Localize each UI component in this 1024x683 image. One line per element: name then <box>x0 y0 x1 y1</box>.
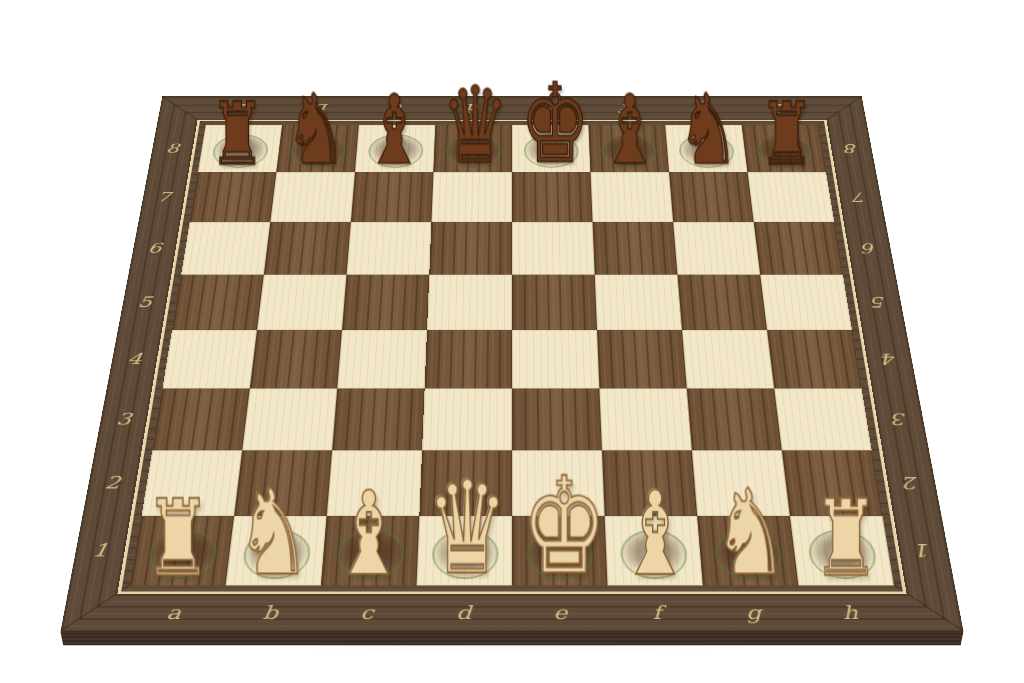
square-e1[interactable]: ♚ <box>512 516 607 586</box>
square-h5[interactable] <box>760 275 852 330</box>
file-label: c <box>317 594 416 632</box>
white-knight-b1[interactable]: ♞ <box>235 483 311 583</box>
file-labels-top: abcdefgh <box>207 96 818 119</box>
file-label: d <box>415 594 512 632</box>
square-b8[interactable]: ♞ <box>276 125 358 172</box>
square-a3[interactable] <box>152 388 250 450</box>
chess-board: abcdefgh abcdefgh 87654321 87654321 ♜♞♝♛… <box>61 96 964 632</box>
white-queen-d1[interactable]: ♛ <box>426 475 502 584</box>
square-d5[interactable] <box>427 275 512 330</box>
file-label: e <box>512 96 588 119</box>
square-e7[interactable] <box>512 172 593 222</box>
file-labels-bottom: abcdefgh <box>122 594 901 632</box>
square-c8[interactable]: ♝ <box>355 125 435 172</box>
file-label: a <box>122 594 224 632</box>
square-h3[interactable] <box>774 388 872 450</box>
square-f5[interactable] <box>595 275 682 330</box>
square-g8[interactable]: ♞ <box>665 125 747 172</box>
square-e6[interactable] <box>512 222 595 274</box>
square-a8[interactable]: ♜ <box>198 125 282 172</box>
square-a7[interactable] <box>190 172 277 222</box>
black-king-e8[interactable]: ♚ <box>520 78 583 171</box>
square-c6[interactable] <box>347 222 432 274</box>
file-label: h <box>738 96 817 119</box>
square-b5[interactable] <box>257 275 347 330</box>
square-b1[interactable]: ♞ <box>226 516 327 586</box>
white-rook-a1[interactable]: ♜ <box>140 494 216 584</box>
square-e4[interactable] <box>512 330 599 388</box>
square-e8[interactable]: ♚ <box>512 125 591 172</box>
rank-label: 5 <box>853 275 906 330</box>
square-b7[interactable] <box>270 172 355 222</box>
square-d6[interactable] <box>429 222 512 274</box>
square-g5[interactable] <box>677 275 767 330</box>
square-a4[interactable] <box>162 330 257 388</box>
file-label: b <box>220 594 321 632</box>
square-c7[interactable] <box>351 172 434 222</box>
rank-label: 8 <box>827 125 876 172</box>
square-g3[interactable] <box>687 388 782 450</box>
square-c1[interactable]: ♝ <box>321 516 419 586</box>
square-h6[interactable] <box>754 222 843 274</box>
square-c4[interactable] <box>337 330 427 388</box>
square-d1[interactable]: ♛ <box>417 516 512 586</box>
square-d7[interactable] <box>431 172 512 222</box>
file-label: g <box>704 594 805 632</box>
square-f3[interactable] <box>599 388 691 450</box>
square-f8[interactable]: ♝ <box>589 125 669 172</box>
file-label: a <box>207 96 286 119</box>
white-knight-g1[interactable]: ♞ <box>712 483 788 583</box>
square-d4[interactable] <box>425 330 512 388</box>
file-label: b <box>283 96 361 119</box>
square-h7[interactable] <box>748 172 835 222</box>
square-f1[interactable]: ♝ <box>605 516 703 586</box>
rank-label: 6 <box>844 222 896 274</box>
black-queen-d8[interactable]: ♛ <box>441 82 504 172</box>
rank-label: 7 <box>835 172 885 222</box>
square-d8[interactable]: ♛ <box>433 125 512 172</box>
board-grid: ♜♞♝♛♚♝♞♜♜♞♝♛♚♝♞♜ <box>130 125 894 586</box>
square-c5[interactable] <box>342 275 429 330</box>
square-a1[interactable]: ♜ <box>130 516 234 586</box>
square-f6[interactable] <box>593 222 678 274</box>
square-g6[interactable] <box>673 222 760 274</box>
square-h4[interactable] <box>767 330 862 388</box>
white-bishop-c1[interactable]: ♝ <box>331 486 407 584</box>
square-b4[interactable] <box>250 330 342 388</box>
file-label: e <box>512 594 609 632</box>
file-label: d <box>436 96 512 119</box>
file-label: c <box>359 96 436 119</box>
square-e5[interactable] <box>512 275 597 330</box>
white-rook-h1[interactable]: ♜ <box>808 494 884 584</box>
white-king-e1[interactable]: ♚ <box>522 471 598 584</box>
board-front-edge <box>61 632 964 645</box>
scene: abcdefgh abcdefgh 87654321 87654321 ♜♞♝♛… <box>0 0 1024 683</box>
square-b6[interactable] <box>264 222 351 274</box>
square-c3[interactable] <box>332 388 424 450</box>
white-bishop-f1[interactable]: ♝ <box>617 486 693 584</box>
square-h1[interactable]: ♜ <box>790 516 894 586</box>
square-a5[interactable] <box>172 275 264 330</box>
square-a6[interactable] <box>181 222 270 274</box>
square-g7[interactable] <box>669 172 754 222</box>
file-label: h <box>800 594 902 632</box>
square-e3[interactable] <box>512 388 602 450</box>
square-h8[interactable]: ♜ <box>742 125 826 172</box>
maple-inlay-border: ♜♞♝♛♚♝♞♜♜♞♝♛♚♝♞♜ <box>117 120 906 594</box>
square-g4[interactable] <box>682 330 774 388</box>
square-d3[interactable] <box>422 388 512 450</box>
square-f4[interactable] <box>597 330 687 388</box>
file-label: f <box>608 594 707 632</box>
file-label: g <box>663 96 741 119</box>
square-g1[interactable]: ♞ <box>697 516 798 586</box>
file-label: f <box>587 96 664 119</box>
square-f7[interactable] <box>591 172 674 222</box>
square-b3[interactable] <box>242 388 337 450</box>
